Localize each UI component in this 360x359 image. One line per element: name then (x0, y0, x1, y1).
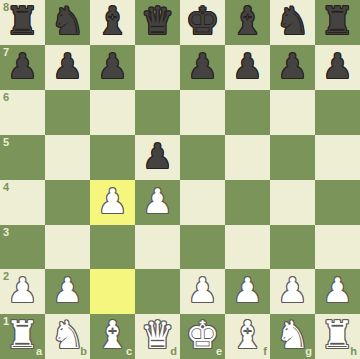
piece-white-pawn[interactable]: ♟ (277, 268, 307, 313)
square-c5[interactable] (90, 135, 135, 180)
square-f6[interactable] (225, 90, 270, 135)
piece-black-bishop[interactable]: ♝ (230, 0, 264, 44)
square-a4[interactable]: 4 (0, 180, 45, 225)
square-e1[interactable]: e♚ (180, 314, 225, 359)
square-a5[interactable]: 5 (0, 135, 45, 180)
square-b8[interactable]: ♞ (45, 0, 90, 45)
square-h8[interactable]: ♜ (315, 0, 360, 45)
square-e8[interactable]: ♚ (180, 0, 225, 45)
piece-white-bishop[interactable]: ♝ (95, 313, 129, 358)
square-f3[interactable] (225, 225, 270, 270)
piece-black-pawn[interactable]: ♟ (322, 44, 352, 89)
piece-white-pawn[interactable]: ♟ (322, 268, 352, 313)
square-d1[interactable]: d♛ (135, 314, 180, 359)
piece-black-knight[interactable]: ♞ (275, 0, 309, 44)
square-b1[interactable]: b♞ (45, 314, 90, 359)
piece-black-knight[interactable]: ♞ (50, 0, 84, 44)
square-f4[interactable] (225, 180, 270, 225)
square-b2[interactable]: ♟ (45, 269, 90, 314)
square-e5[interactable] (180, 135, 225, 180)
square-a1[interactable]: 1a♜ (0, 314, 45, 359)
piece-black-bishop[interactable]: ♝ (95, 0, 129, 44)
square-d8[interactable]: ♛ (135, 0, 180, 45)
square-e2[interactable]: ♟ (180, 269, 225, 314)
square-b3[interactable] (45, 225, 90, 270)
square-b4[interactable] (45, 180, 90, 225)
square-g5[interactable] (270, 135, 315, 180)
square-e7[interactable]: ♟ (180, 45, 225, 90)
chess-board: 8♜♞♝♛♚♝♞♜7♟♟♟♟♟♟♟65♟4♟♟32♟♟♟♟♟♟1a♜b♞c♝d♛… (0, 0, 360, 359)
square-c3[interactable] (90, 225, 135, 270)
square-h5[interactable] (315, 135, 360, 180)
board-container: 8♜♞♝♛♚♝♞♜7♟♟♟♟♟♟♟65♟4♟♟32♟♟♟♟♟♟1a♜b♞c♝d♛… (0, 0, 360, 359)
square-d5[interactable]: ♟ (135, 135, 180, 180)
square-h2[interactable]: ♟ (315, 269, 360, 314)
square-h3[interactable] (315, 225, 360, 270)
square-c8[interactable]: ♝ (90, 0, 135, 45)
square-f8[interactable]: ♝ (225, 0, 270, 45)
square-b6[interactable] (45, 90, 90, 135)
square-g4[interactable] (270, 180, 315, 225)
piece-black-queen[interactable]: ♛ (140, 0, 174, 44)
piece-white-rook[interactable]: ♜ (320, 313, 354, 358)
square-c4[interactable]: ♟ (90, 180, 135, 225)
square-a3[interactable]: 3 (0, 225, 45, 270)
square-d3[interactable] (135, 225, 180, 270)
square-a2[interactable]: 2♟ (0, 269, 45, 314)
piece-black-pawn[interactable]: ♟ (142, 134, 172, 179)
square-g3[interactable] (270, 225, 315, 270)
square-e3[interactable] (180, 225, 225, 270)
square-c2[interactable] (90, 269, 135, 314)
piece-white-pawn[interactable]: ♟ (52, 268, 82, 313)
square-d2[interactable] (135, 269, 180, 314)
square-h6[interactable] (315, 90, 360, 135)
piece-white-pawn[interactable]: ♟ (232, 268, 262, 313)
square-a7[interactable]: 7♟ (0, 45, 45, 90)
piece-black-pawn[interactable]: ♟ (52, 44, 82, 89)
piece-white-pawn[interactable]: ♟ (7, 268, 37, 313)
piece-black-rook[interactable]: ♜ (5, 0, 39, 44)
square-e4[interactable] (180, 180, 225, 225)
square-f2[interactable]: ♟ (225, 269, 270, 314)
rank-label-6: 6 (3, 92, 9, 103)
square-f7[interactable]: ♟ (225, 45, 270, 90)
square-a8[interactable]: 8♜ (0, 0, 45, 45)
piece-black-pawn[interactable]: ♟ (277, 44, 307, 89)
piece-white-king[interactable]: ♚ (185, 313, 219, 358)
piece-black-rook[interactable]: ♜ (320, 0, 354, 44)
piece-white-knight[interactable]: ♞ (50, 313, 84, 358)
piece-black-pawn[interactable]: ♟ (187, 44, 217, 89)
square-f1[interactable]: f♝ (225, 314, 270, 359)
rank-label-3: 3 (3, 227, 9, 238)
square-h1[interactable]: h♜ (315, 314, 360, 359)
square-g1[interactable]: g♞ (270, 314, 315, 359)
square-h4[interactable] (315, 180, 360, 225)
piece-white-queen[interactable]: ♛ (140, 313, 174, 358)
square-d7[interactable] (135, 45, 180, 90)
piece-white-pawn[interactable]: ♟ (142, 179, 172, 224)
piece-white-bishop[interactable]: ♝ (230, 313, 264, 358)
square-c6[interactable] (90, 90, 135, 135)
square-d6[interactable] (135, 90, 180, 135)
square-b7[interactable]: ♟ (45, 45, 90, 90)
piece-white-pawn[interactable]: ♟ (187, 268, 217, 313)
square-g8[interactable]: ♞ (270, 0, 315, 45)
square-g7[interactable]: ♟ (270, 45, 315, 90)
rank-label-5: 5 (3, 137, 9, 148)
square-h7[interactable]: ♟ (315, 45, 360, 90)
square-f5[interactable] (225, 135, 270, 180)
square-g2[interactable]: ♟ (270, 269, 315, 314)
piece-white-rook[interactable]: ♜ (5, 313, 39, 358)
square-b5[interactable] (45, 135, 90, 180)
square-e6[interactable] (180, 90, 225, 135)
square-g6[interactable] (270, 90, 315, 135)
rank-label-4: 4 (3, 182, 9, 193)
piece-white-knight[interactable]: ♞ (275, 313, 309, 358)
piece-black-pawn[interactable]: ♟ (97, 44, 127, 89)
square-d4[interactable]: ♟ (135, 180, 180, 225)
piece-black-pawn[interactable]: ♟ (7, 44, 37, 89)
square-c1[interactable]: c♝ (90, 314, 135, 359)
piece-black-pawn[interactable]: ♟ (232, 44, 262, 89)
piece-white-pawn[interactable]: ♟ (97, 179, 127, 224)
piece-black-king[interactable]: ♚ (185, 0, 219, 44)
square-a6[interactable]: 6 (0, 90, 45, 135)
square-c7[interactable]: ♟ (90, 45, 135, 90)
